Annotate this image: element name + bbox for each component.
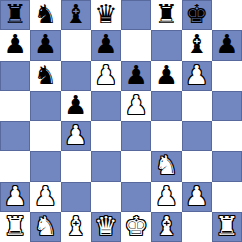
square-d8[interactable]: ♛: [91, 0, 121, 30]
square-d6[interactable]: ♟: [91, 61, 121, 91]
square-e4[interactable]: [121, 121, 151, 151]
square-f4[interactable]: [151, 121, 181, 151]
square-c1[interactable]: ♝: [61, 212, 91, 242]
square-a6[interactable]: [0, 61, 30, 91]
square-h7[interactable]: ♟: [212, 30, 242, 60]
square-a4[interactable]: [0, 121, 30, 151]
square-d2[interactable]: [91, 182, 121, 212]
white-queen[interactable]: ♛: [94, 211, 117, 241]
white-pawn[interactable]: ♟: [185, 60, 208, 90]
square-f8[interactable]: ♜: [151, 0, 181, 30]
square-b8[interactable]: ♞: [30, 0, 60, 30]
square-a3[interactable]: [0, 151, 30, 181]
square-c2[interactable]: [61, 182, 91, 212]
black-knight[interactable]: ♞: [34, 0, 57, 29]
black-pawn[interactable]: ♟: [64, 90, 87, 120]
black-pawn[interactable]: ♟: [94, 29, 117, 59]
square-b2[interactable]: ♟: [30, 182, 60, 212]
black-pawn[interactable]: ♟: [215, 29, 238, 59]
square-b6[interactable]: ♞: [30, 61, 60, 91]
square-f1[interactable]: ♝: [151, 212, 181, 242]
square-h2[interactable]: [212, 182, 242, 212]
square-b5[interactable]: [30, 91, 60, 121]
black-rook[interactable]: ♜: [3, 0, 26, 29]
white-king[interactable]: ♚: [124, 211, 147, 241]
square-g6[interactable]: ♟: [182, 61, 212, 91]
square-e2[interactable]: [121, 182, 151, 212]
square-g4[interactable]: [182, 121, 212, 151]
square-d4[interactable]: [91, 121, 121, 151]
square-d1[interactable]: ♛: [91, 212, 121, 242]
square-e1[interactable]: ♚: [121, 212, 151, 242]
black-queen[interactable]: ♛: [94, 0, 117, 29]
black-rook[interactable]: ♜: [155, 0, 178, 29]
square-b1[interactable]: ♞: [30, 212, 60, 242]
black-pawn[interactable]: ♟: [3, 29, 26, 59]
white-pawn[interactable]: ♟: [34, 181, 57, 211]
black-bishop[interactable]: ♝: [185, 29, 208, 59]
white-bishop[interactable]: ♝: [64, 211, 87, 241]
black-bishop[interactable]: ♝: [64, 0, 87, 29]
black-pawn[interactable]: ♟: [124, 60, 147, 90]
square-h1[interactable]: ♜: [212, 212, 242, 242]
square-h4[interactable]: [212, 121, 242, 151]
square-f7[interactable]: [151, 30, 181, 60]
square-g8[interactable]: ♚: [182, 0, 212, 30]
square-d5[interactable]: [91, 91, 121, 121]
square-a8[interactable]: ♜: [0, 0, 30, 30]
black-pawn[interactable]: ♟: [155, 60, 178, 90]
square-h5[interactable]: [212, 91, 242, 121]
square-c8[interactable]: ♝: [61, 0, 91, 30]
chess-board-container: ♜♞♝♛♜♚♟♟♟♝♟♞♟♟♟♟♟♟♟♞♟♟♟♟♜♞♝♛♚♝♜: [0, 0, 242, 242]
square-c5[interactable]: ♟: [61, 91, 91, 121]
square-g7[interactable]: ♝: [182, 30, 212, 60]
chess-board: ♜♞♝♛♜♚♟♟♟♝♟♞♟♟♟♟♟♟♟♞♟♟♟♟♜♞♝♛♚♝♜: [0, 0, 242, 242]
white-pawn[interactable]: ♟: [185, 181, 208, 211]
square-e3[interactable]: [121, 151, 151, 181]
square-c6[interactable]: [61, 61, 91, 91]
square-a5[interactable]: [0, 91, 30, 121]
square-d3[interactable]: [91, 151, 121, 181]
square-c3[interactable]: [61, 151, 91, 181]
square-h8[interactable]: [212, 0, 242, 30]
white-rook[interactable]: ♜: [3, 211, 26, 241]
white-bishop[interactable]: ♝: [155, 211, 178, 241]
square-a2[interactable]: ♟: [0, 182, 30, 212]
black-pawn[interactable]: ♟: [34, 29, 57, 59]
square-f5[interactable]: [151, 91, 181, 121]
square-b7[interactable]: ♟: [30, 30, 60, 60]
square-c4[interactable]: ♟: [61, 121, 91, 151]
square-e6[interactable]: ♟: [121, 61, 151, 91]
square-b4[interactable]: [30, 121, 60, 151]
square-a7[interactable]: ♟: [0, 30, 30, 60]
square-b3[interactable]: [30, 151, 60, 181]
square-h6[interactable]: [212, 61, 242, 91]
white-pawn[interactable]: ♟: [3, 181, 26, 211]
square-c7[interactable]: [61, 30, 91, 60]
black-knight[interactable]: ♞: [34, 60, 57, 90]
square-e7[interactable]: [121, 30, 151, 60]
square-e5[interactable]: ♟: [121, 91, 151, 121]
square-f6[interactable]: ♟: [151, 61, 181, 91]
square-a1[interactable]: ♜: [0, 212, 30, 242]
square-d7[interactable]: ♟: [91, 30, 121, 60]
square-h3[interactable]: [212, 151, 242, 181]
square-g2[interactable]: ♟: [182, 182, 212, 212]
white-rook[interactable]: ♜: [215, 211, 238, 241]
square-g1[interactable]: [182, 212, 212, 242]
white-pawn[interactable]: ♟: [94, 60, 117, 90]
square-f3[interactable]: ♞: [151, 151, 181, 181]
square-g5[interactable]: [182, 91, 212, 121]
black-king[interactable]: ♚: [185, 0, 208, 29]
white-pawn[interactable]: ♟: [124, 90, 147, 120]
white-pawn[interactable]: ♟: [64, 120, 87, 150]
square-f2[interactable]: ♟: [151, 182, 181, 212]
white-knight[interactable]: ♞: [155, 150, 178, 180]
white-pawn[interactable]: ♟: [155, 181, 178, 211]
square-g3[interactable]: [182, 151, 212, 181]
square-e8[interactable]: [121, 0, 151, 30]
white-knight[interactable]: ♞: [34, 211, 57, 241]
